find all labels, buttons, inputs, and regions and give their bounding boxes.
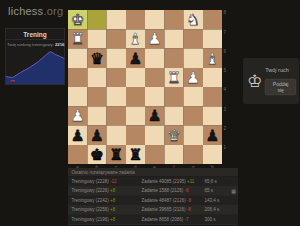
square-h6[interactable]: ♝	[203, 49, 222, 68]
player-rating-cell: Treningowy (2226) +8	[68, 186, 138, 196]
square-b5[interactable]	[87, 68, 106, 87]
square-d4[interactable]	[126, 87, 145, 106]
empty-icon-cell	[229, 205, 238, 215]
square-h5[interactable]	[203, 68, 222, 87]
rating-chart	[6, 49, 65, 85]
site-logo-name: lichess	[8, 5, 43, 18]
square-g8[interactable]: ♞	[184, 10, 203, 29]
piece-black-rook[interactable]: ♜	[107, 145, 126, 164]
solve-time-cell: 65,6 s	[201, 177, 229, 187]
rank-label-3: 3	[224, 106, 230, 125]
chess-board: ♚♞♜♝♟♛♟♝♜♟♟♟♟♟♛♟♚♜♜	[68, 10, 222, 164]
square-e6[interactable]	[145, 49, 164, 68]
square-d5[interactable]	[126, 68, 145, 87]
rating-delta: +11	[187, 179, 194, 184]
square-f6[interactable]	[164, 49, 183, 68]
square-h1[interactable]	[203, 145, 222, 164]
square-h8[interactable]	[203, 10, 222, 29]
square-f8[interactable]	[164, 10, 183, 29]
player-rating-cell: Treningowy (2188) +8	[68, 224, 138, 225]
square-d6[interactable]: ♟	[126, 49, 145, 68]
puzzle-history-table: Ostatnio rozwiązywane zadania Treningowy…	[68, 168, 238, 225]
square-b1[interactable]: ♚	[87, 145, 106, 164]
square-b7[interactable]	[87, 29, 106, 48]
rating-chart-svg	[6, 49, 65, 85]
square-c3[interactable]	[107, 106, 126, 125]
square-c2[interactable]	[107, 126, 126, 145]
square-a3[interactable]: ♟	[68, 106, 87, 125]
site-logo[interactable]: lichess.org	[8, 5, 63, 18]
square-g3[interactable]	[184, 106, 203, 125]
piece-white-queen[interactable]: ♛	[164, 126, 183, 145]
square-a5[interactable]	[68, 68, 87, 87]
square-b3[interactable]	[87, 106, 106, 125]
piece-black-pawn[interactable]: ♟	[87, 126, 106, 145]
square-g7[interactable]	[184, 29, 203, 48]
rank-label-5: 5	[224, 68, 230, 87]
square-f2[interactable]: ♛	[164, 126, 183, 145]
training-rating-label: Twój ranking treningowy:	[7, 42, 54, 47]
board-rank-coordinates: 87654321	[224, 10, 230, 164]
rating-delta: -12	[110, 179, 117, 184]
square-e1[interactable]	[145, 145, 164, 164]
square-a4[interactable]	[68, 87, 87, 106]
rating-delta: -7	[185, 217, 189, 222]
history-row[interactable]: Treningowy (2242) +8Zadanie 48487 (2126)…	[68, 196, 238, 206]
rating-delta: +8	[110, 207, 115, 212]
solve-time-cell: 300 s	[201, 215, 229, 225]
puzzle-rating-cell: Zadanie 1588 (2126) -8	[138, 186, 201, 196]
piece-black-queen[interactable]: ♛	[87, 49, 106, 68]
square-f3[interactable]	[164, 106, 183, 125]
resign-button[interactable]: Poddaj się	[265, 79, 296, 95]
square-a2[interactable]: ♟	[68, 126, 87, 145]
solve-time-cell: 206,4 s	[201, 205, 229, 215]
empty-icon-cell	[229, 177, 238, 187]
piece-black-pawn[interactable]: ♟	[68, 126, 87, 145]
piece-black-pawn[interactable]: ♟	[145, 106, 164, 125]
history-row[interactable]: Treningowy (2196) +8Zadanie 8658 (2086) …	[68, 215, 238, 225]
square-c1[interactable]: ♜	[107, 145, 126, 164]
piece-white-king[interactable]: ♚	[68, 10, 87, 29]
square-c5[interactable]	[107, 68, 126, 87]
square-a8[interactable]: ♚	[68, 10, 87, 29]
rating-area	[6, 52, 65, 85]
rating-delta: +8	[110, 217, 115, 222]
square-d2[interactable]	[126, 126, 145, 145]
square-g4[interactable]	[184, 87, 203, 106]
player-rating-cell: Treningowy (2242) +8	[68, 196, 138, 206]
training-panel-title: Trening	[6, 29, 65, 41]
rank-label-4: 4	[224, 87, 230, 106]
rating-delta: +8	[110, 198, 115, 203]
square-f4[interactable]	[164, 87, 183, 106]
player-rating-cell: Treningowy (2228) -12	[68, 177, 138, 187]
solve-time-cell: 65 s	[201, 186, 229, 196]
square-a1[interactable]	[68, 145, 87, 164]
square-e5[interactable]	[145, 68, 164, 87]
square-g5[interactable]: ♟	[184, 68, 203, 87]
square-g2[interactable]	[184, 126, 203, 145]
player-rating-cell: Treningowy (2196) +8	[68, 215, 138, 225]
square-g1[interactable]	[184, 145, 203, 164]
rating-min-marker	[11, 80, 16, 82]
square-c4[interactable]	[107, 87, 126, 106]
puzzle-side-panel: ♔ Twój ruch Poddaj się	[243, 58, 299, 104]
piece-white-pawn[interactable]: ♟	[184, 68, 203, 87]
square-d8[interactable]	[126, 10, 145, 29]
square-b2[interactable]: ♟	[87, 126, 106, 145]
square-d7[interactable]: ♝	[126, 29, 145, 48]
square-b4[interactable]	[87, 87, 106, 106]
history-row[interactable]: Treningowy (2228) -12Zadanie 49085 (2195…	[68, 177, 238, 187]
black-king-icon: ♔	[247, 71, 262, 91]
piece-white-knight[interactable]: ♞	[184, 10, 203, 29]
square-h3[interactable]	[203, 106, 222, 125]
turn-indicator: Twój ruch	[265, 67, 289, 73]
rank-label-7: 7	[224, 29, 230, 48]
piece-black-king[interactable]: ♚	[87, 145, 106, 164]
page: lichess.org Trening Twój ranking trening…	[0, 0, 300, 225]
square-a6[interactable]	[68, 49, 87, 68]
square-c6[interactable]	[107, 49, 126, 68]
board-icon: ▦	[229, 186, 238, 196]
square-g6[interactable]	[184, 49, 203, 68]
history-row[interactable]: Treningowy (2188) +8Zadanie 41472 (2078)…	[68, 224, 238, 225]
piece-black-pawn[interactable]: ♟	[203, 126, 222, 145]
rank-label-6: 6	[224, 49, 230, 68]
puzzle-rating-cell: Zadanie 49085 (2195) +11	[138, 177, 201, 187]
empty-icon-cell	[229, 224, 238, 225]
solve-time-cell: 143,4 s	[201, 196, 229, 206]
puzzle-rating-cell: Zadanie 39665 (2116) -8	[138, 205, 201, 215]
site-logo-suffix: .org	[43, 5, 63, 18]
square-b8[interactable]	[87, 10, 106, 29]
square-h4[interactable]	[203, 87, 222, 106]
square-f1[interactable]	[164, 145, 183, 164]
square-e2[interactable]	[145, 126, 164, 145]
square-e3[interactable]: ♟	[145, 106, 164, 125]
square-b6[interactable]: ♛	[87, 49, 106, 68]
training-rating-line: Twój ranking treningowy: 2216	[6, 40, 65, 48]
rank-label-1: 1	[224, 145, 230, 164]
history-row[interactable]: Treningowy (2256) +8Zadanie 39665 (2116)…	[68, 205, 238, 215]
square-e7[interactable]: ♟	[145, 29, 164, 48]
square-d3[interactable]	[126, 106, 145, 125]
empty-icon-cell	[229, 196, 238, 206]
puzzle-rating-cell: Zadanie 8658 (2086) -7	[138, 215, 201, 225]
solve-time-cell: 128,3 s	[201, 224, 229, 225]
history-row[interactable]: Treningowy (2226) +8Zadanie 1588 (2126) …	[68, 186, 238, 196]
square-e4[interactable]	[145, 87, 164, 106]
piece-white-bishop[interactable]: ♝	[126, 29, 145, 48]
square-a7[interactable]: ♜	[68, 29, 87, 48]
rating-delta: +8	[110, 188, 115, 193]
rating-delta: -8	[187, 198, 191, 203]
puzzle-rating-cell: Zadanie 41472 (2078) -8	[138, 224, 201, 225]
piece-white-pawn[interactable]: ♟	[68, 106, 87, 125]
piece-white-pawn[interactable]: ♟	[145, 29, 164, 48]
rank-label-2: 2	[224, 126, 230, 145]
empty-icon-cell	[229, 215, 238, 225]
history-rows: Treningowy (2228) -12Zadanie 49085 (2195…	[68, 177, 238, 226]
square-h2[interactable]: ♟	[203, 126, 222, 145]
square-d1[interactable]: ♜	[126, 145, 145, 164]
piece-white-rook[interactable]: ♜	[164, 68, 183, 87]
square-f7[interactable]	[164, 29, 183, 48]
square-e8[interactable]	[145, 10, 164, 29]
piece-black-pawn[interactable]: ♟	[126, 49, 145, 68]
piece-black-rook[interactable]: ♜	[126, 145, 145, 164]
square-c8[interactable]	[107, 10, 126, 29]
rating-delta: -8	[187, 207, 191, 212]
square-h7[interactable]	[203, 29, 222, 48]
training-panel: Trening Twój ranking treningowy: 2216	[5, 28, 65, 85]
player-rating-cell: Treningowy (2256) +8	[68, 205, 138, 215]
training-rating-value: 2216	[55, 42, 64, 47]
square-c7[interactable]	[107, 29, 126, 48]
puzzle-rating-cell: Zadanie 48487 (2126) -8	[138, 196, 201, 206]
piece-white-bishop[interactable]: ♝	[203, 49, 222, 68]
square-f5[interactable]: ♜	[164, 68, 183, 87]
rating-delta: -8	[185, 188, 189, 193]
rank-label-8: 8	[224, 10, 230, 29]
history-title: Ostatnio rozwiązywane zadania	[68, 168, 238, 177]
piece-white-rook[interactable]: ♜	[68, 29, 87, 48]
